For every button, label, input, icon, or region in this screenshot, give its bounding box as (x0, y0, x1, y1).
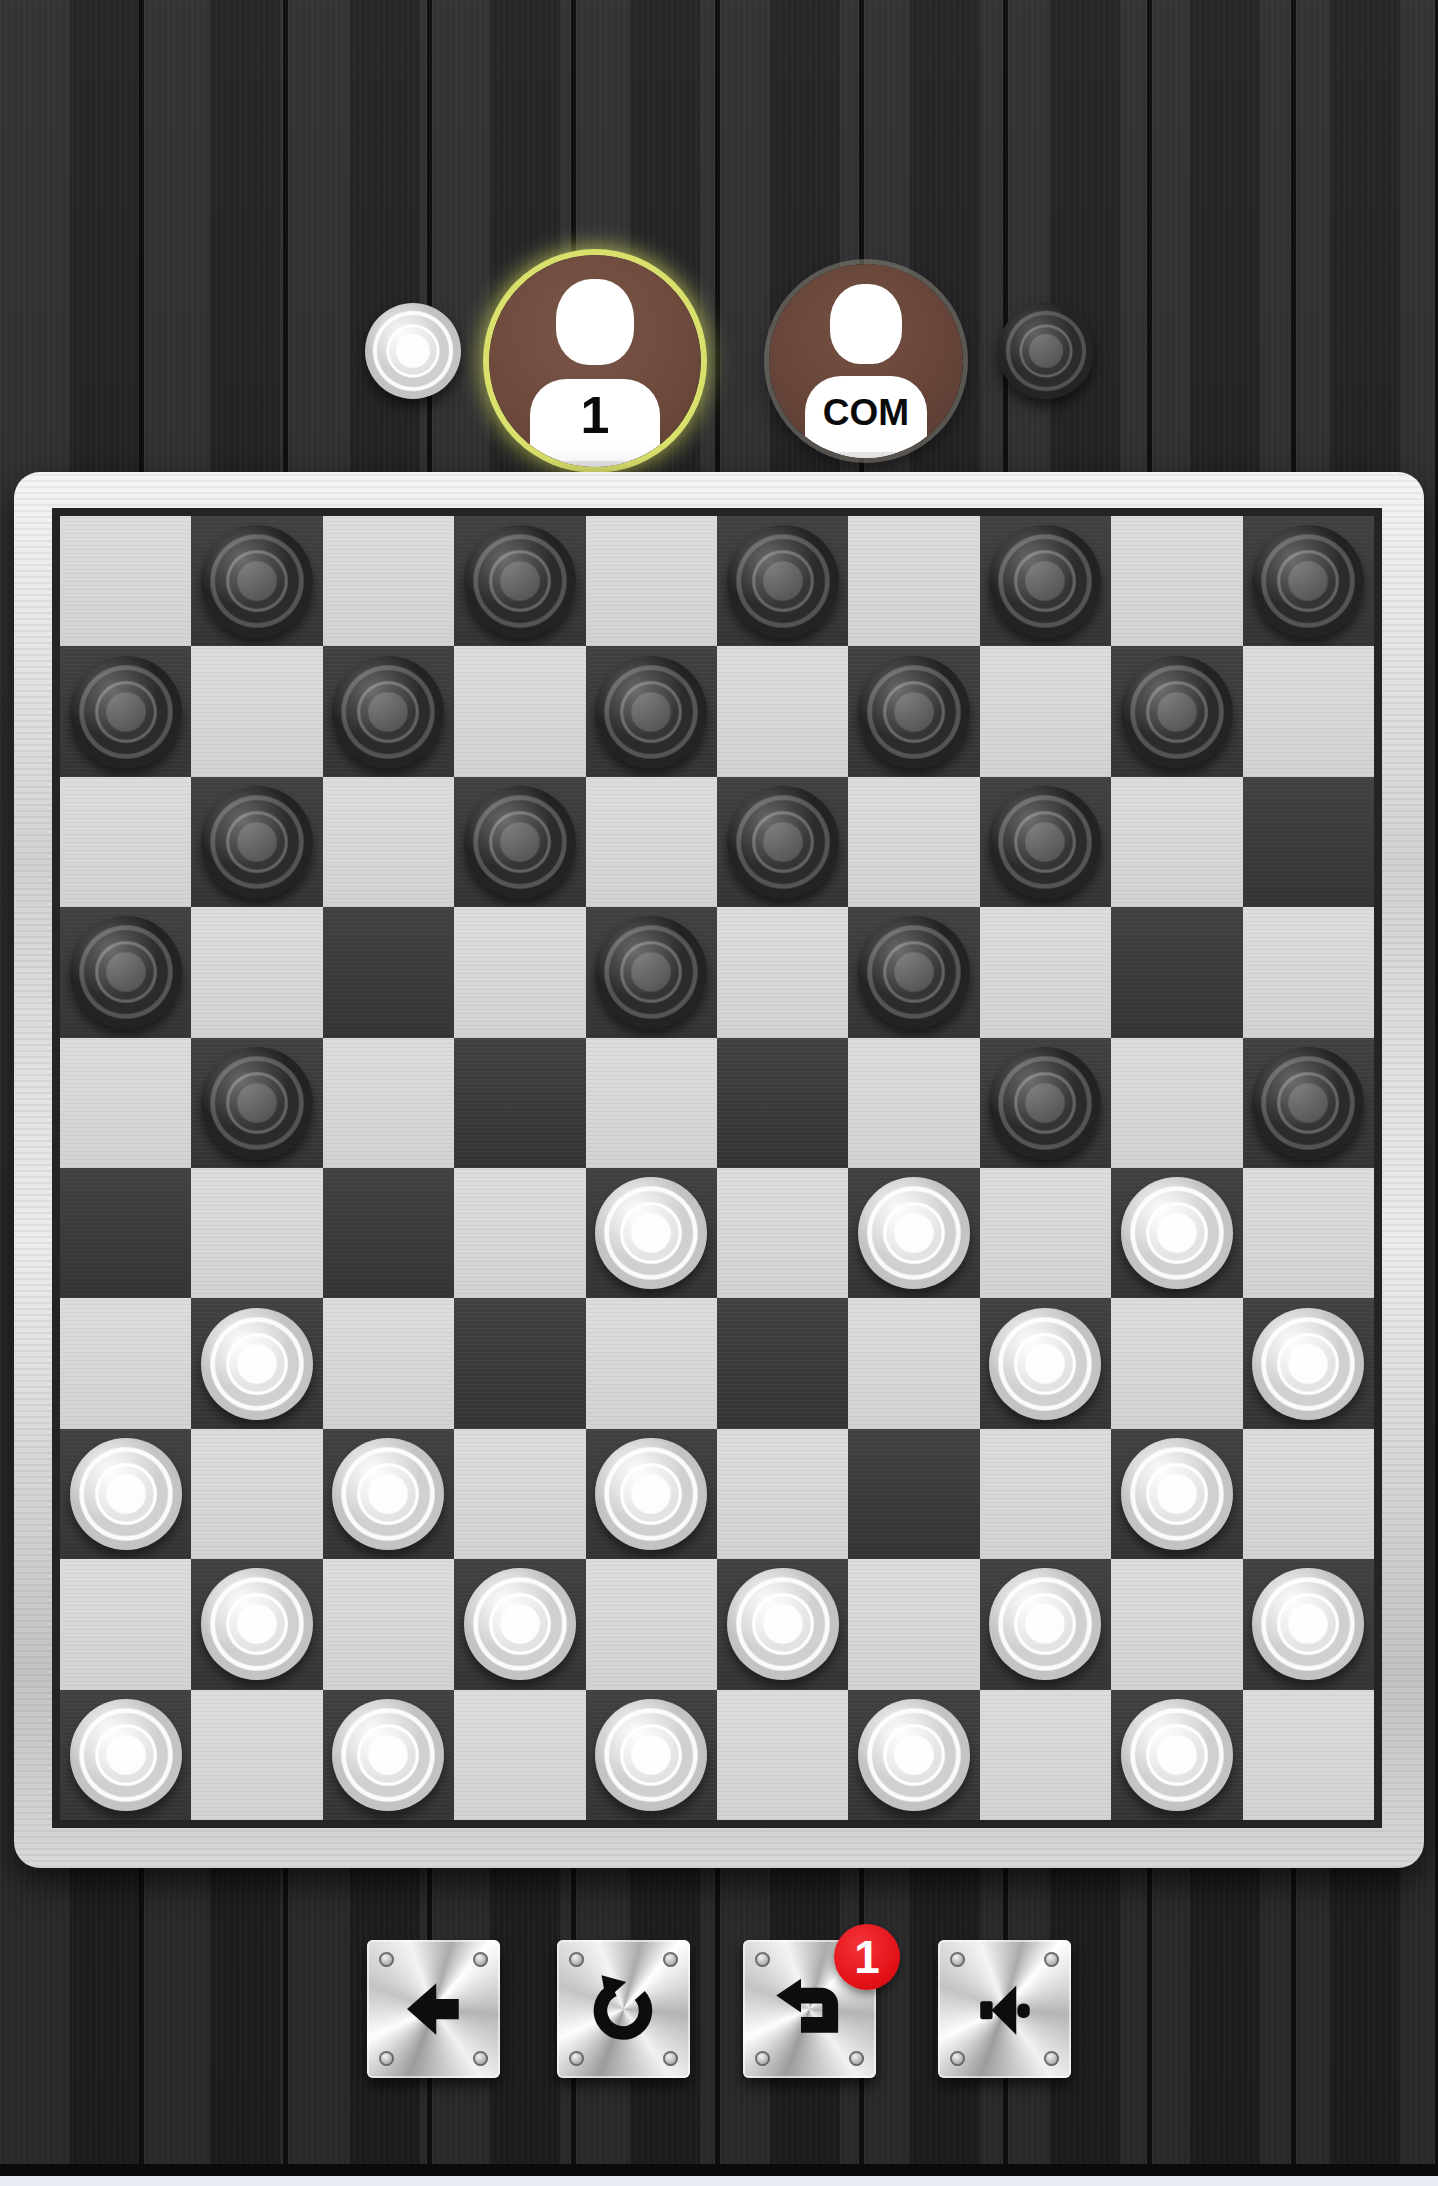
dark-square[interactable] (848, 1429, 979, 1559)
back-button[interactable] (367, 1940, 500, 2078)
dark-square[interactable] (60, 1429, 191, 1559)
black-piece[interactable] (332, 656, 444, 768)
dark-square[interactable] (191, 1559, 322, 1689)
white-piece[interactable] (727, 1568, 839, 1680)
board-grid[interactable] (60, 516, 1374, 1820)
restart-button[interactable] (557, 1940, 690, 2078)
white-piece[interactable] (858, 1699, 970, 1811)
dark-square[interactable] (1243, 1038, 1374, 1168)
light-square (191, 1429, 322, 1559)
screw-icon (379, 2051, 394, 2066)
undo-icon (774, 1973, 846, 2045)
black-piece[interactable] (1252, 525, 1364, 637)
white-piece[interactable] (464, 1568, 576, 1680)
dark-square[interactable] (717, 1298, 848, 1428)
dark-square[interactable] (454, 516, 585, 646)
black-piece[interactable] (858, 916, 970, 1028)
undo-count-badge: 1 (834, 1924, 900, 1990)
light-square (454, 1429, 585, 1559)
light-square (717, 1168, 848, 1298)
restart-icon (588, 1973, 660, 2045)
light-square (191, 907, 322, 1037)
person-icon (830, 284, 902, 364)
player1-color-checker (365, 303, 461, 399)
dark-square[interactable] (980, 1559, 1111, 1689)
dark-square[interactable] (586, 1690, 717, 1820)
light-square (1111, 1559, 1242, 1689)
dark-square[interactable] (848, 646, 979, 776)
dark-square[interactable] (1111, 646, 1242, 776)
white-piece[interactable] (595, 1177, 707, 1289)
light-square (717, 907, 848, 1037)
white-piece[interactable] (1121, 1438, 1233, 1550)
dark-square[interactable] (323, 1429, 454, 1559)
screw-icon (473, 1952, 488, 1967)
black-piece[interactable] (1121, 656, 1233, 768)
dark-square[interactable] (323, 1168, 454, 1298)
dark-square[interactable] (191, 777, 322, 907)
dark-square[interactable] (191, 516, 322, 646)
person-icon (556, 279, 634, 365)
white-piece[interactable] (595, 1438, 707, 1550)
white-piece[interactable] (332, 1699, 444, 1811)
black-piece[interactable] (727, 525, 839, 637)
light-square (323, 1298, 454, 1428)
screw-icon (473, 2051, 488, 2066)
dark-square[interactable] (454, 1559, 585, 1689)
black-piece[interactable] (595, 656, 707, 768)
light-square (848, 1038, 979, 1168)
black-piece[interactable] (201, 525, 313, 637)
light-square (717, 1690, 848, 1820)
white-piece[interactable] (858, 1177, 970, 1289)
dark-square[interactable] (454, 1038, 585, 1168)
back-arrow-icon (398, 1973, 470, 2045)
player2-avatar-background: COM (769, 264, 963, 458)
light-square (1243, 907, 1374, 1037)
screw-icon (569, 2051, 584, 2066)
screw-icon (379, 1952, 394, 1967)
light-square (1243, 1429, 1374, 1559)
dark-square[interactable] (1111, 1690, 1242, 1820)
black-piece[interactable] (464, 786, 576, 898)
dark-square[interactable] (323, 907, 454, 1037)
dark-square[interactable] (454, 1298, 585, 1428)
dark-square[interactable] (323, 1690, 454, 1820)
black-piece[interactable] (1252, 1047, 1364, 1159)
player1-avatar[interactable]: 1 (489, 255, 701, 467)
dark-square[interactable] (717, 516, 848, 646)
player2-avatar[interactable]: COM (769, 264, 963, 458)
dark-square[interactable] (586, 1429, 717, 1559)
black-piece[interactable] (201, 786, 313, 898)
dark-square[interactable] (848, 1168, 979, 1298)
light-square (60, 777, 191, 907)
screw-icon (755, 1952, 770, 1967)
bottom-light-strip (0, 2176, 1438, 2186)
light-square (848, 1559, 979, 1689)
dark-square[interactable] (586, 646, 717, 776)
white-piece[interactable] (201, 1308, 313, 1420)
light-square (980, 646, 1111, 776)
black-piece[interactable] (989, 786, 1101, 898)
light-square (586, 516, 717, 646)
light-square (1111, 777, 1242, 907)
black-piece[interactable] (464, 525, 576, 637)
dark-square[interactable] (323, 646, 454, 776)
screw-icon (1044, 2051, 1059, 2066)
light-square (586, 1298, 717, 1428)
dark-square[interactable] (980, 1038, 1111, 1168)
light-square (1111, 516, 1242, 646)
light-square (848, 516, 979, 646)
dark-square[interactable] (60, 1690, 191, 1820)
black-piece[interactable] (989, 525, 1101, 637)
light-square (323, 516, 454, 646)
light-square (191, 646, 322, 776)
dark-square[interactable] (848, 1690, 979, 1820)
white-piece[interactable] (989, 1568, 1101, 1680)
light-square (323, 1559, 454, 1689)
light-square (1243, 1168, 1374, 1298)
game-screen: 1 COM (0, 0, 1438, 2186)
black-piece[interactable] (989, 1047, 1101, 1159)
white-piece[interactable] (1252, 1308, 1364, 1420)
screw-icon (755, 2051, 770, 2066)
player2-color-checker (998, 303, 1094, 399)
white-piece[interactable] (70, 1438, 182, 1550)
sound-button[interactable] (938, 1940, 1071, 2078)
dark-square[interactable] (1111, 1168, 1242, 1298)
dark-square[interactable] (980, 516, 1111, 646)
light-square (60, 516, 191, 646)
dark-square[interactable] (60, 907, 191, 1037)
dark-square[interactable] (60, 646, 191, 776)
light-square (980, 1168, 1111, 1298)
dark-square[interactable] (586, 907, 717, 1037)
dark-square[interactable] (60, 1168, 191, 1298)
screw-icon (950, 1952, 965, 1967)
dark-square[interactable] (717, 1559, 848, 1689)
light-square (980, 1690, 1111, 1820)
light-square (980, 907, 1111, 1037)
dark-square[interactable] (717, 777, 848, 907)
screw-icon (849, 2051, 864, 2066)
dark-square[interactable] (980, 777, 1111, 907)
white-piece[interactable] (70, 1699, 182, 1811)
light-square (586, 1559, 717, 1689)
player1-avatar-background: 1 (489, 255, 701, 467)
light-square (717, 646, 848, 776)
light-square (980, 1429, 1111, 1559)
white-piece[interactable] (201, 1568, 313, 1680)
light-square (454, 1690, 585, 1820)
white-piece[interactable] (1252, 1568, 1364, 1680)
dark-square[interactable] (191, 1038, 322, 1168)
speaker-icon (969, 1973, 1041, 2045)
light-square (717, 1429, 848, 1559)
white-piece[interactable] (332, 1438, 444, 1550)
light-square (848, 1298, 979, 1428)
white-piece[interactable] (1121, 1177, 1233, 1289)
dark-square[interactable] (1111, 907, 1242, 1037)
bottom-black-strip (0, 2164, 1438, 2176)
light-square (454, 646, 585, 776)
black-piece[interactable] (201, 1047, 313, 1159)
white-piece[interactable] (1121, 1699, 1233, 1811)
dark-square[interactable] (848, 907, 979, 1037)
black-piece[interactable] (70, 916, 182, 1028)
player2-label: COM (769, 392, 963, 434)
screw-icon (663, 2051, 678, 2066)
light-square (1111, 1038, 1242, 1168)
light-square (586, 1038, 717, 1168)
black-piece[interactable] (70, 656, 182, 768)
dark-square[interactable] (191, 1298, 322, 1428)
black-piece[interactable] (858, 656, 970, 768)
light-square (323, 777, 454, 907)
dark-square[interactable] (1243, 1559, 1374, 1689)
screw-icon (950, 2051, 965, 2066)
screw-icon (1044, 1952, 1059, 1967)
light-square (1111, 1298, 1242, 1428)
black-piece[interactable] (727, 786, 839, 898)
dark-square[interactable] (1243, 516, 1374, 646)
dark-square[interactable] (586, 1168, 717, 1298)
dark-square[interactable] (1243, 1298, 1374, 1428)
light-square (60, 1038, 191, 1168)
dark-square[interactable] (1111, 1429, 1242, 1559)
light-square (454, 907, 585, 1037)
dark-square[interactable] (980, 1298, 1111, 1428)
screw-icon (569, 1952, 584, 1967)
light-square (848, 777, 979, 907)
black-piece[interactable] (595, 916, 707, 1028)
light-square (60, 1559, 191, 1689)
light-square (586, 777, 717, 907)
dark-square[interactable] (1243, 777, 1374, 907)
white-piece[interactable] (595, 1699, 707, 1811)
light-square (60, 1298, 191, 1428)
player1-label: 1 (489, 385, 701, 445)
light-square (1243, 646, 1374, 776)
light-square (191, 1168, 322, 1298)
screw-icon (663, 1952, 678, 1967)
light-square (323, 1038, 454, 1168)
light-square (191, 1690, 322, 1820)
white-piece[interactable] (989, 1308, 1101, 1420)
light-square (1243, 1690, 1374, 1820)
dark-square[interactable] (717, 1038, 848, 1168)
dark-square[interactable] (454, 777, 585, 907)
light-square (454, 1168, 585, 1298)
